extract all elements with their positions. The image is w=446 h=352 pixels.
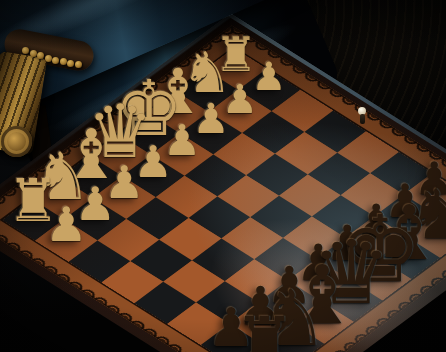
miniature-pawn-on-rail[interactable]	[358, 107, 366, 125]
brass-stud-icon	[30, 50, 37, 57]
brass-stud-icon	[75, 61, 82, 68]
piece-white-p-a2[interactable]: ♟	[45, 201, 88, 249]
brass-stud-icon	[22, 47, 29, 54]
miniature-pawn-stem	[360, 114, 365, 124]
brass-stud-icon	[52, 57, 59, 64]
chair-scroll-volute	[1, 126, 32, 157]
piece-black-r-a8[interactable]: ♜	[233, 308, 296, 352]
chessboard-photo-scene: ♜♞♝♛♚♝♞♜♟♟♟♟♟♟♟♟♟♟♟♟♟♟♟♟♜♞♝♛♚♝♞♜	[0, 0, 446, 352]
brass-stud-icon	[45, 55, 52, 62]
